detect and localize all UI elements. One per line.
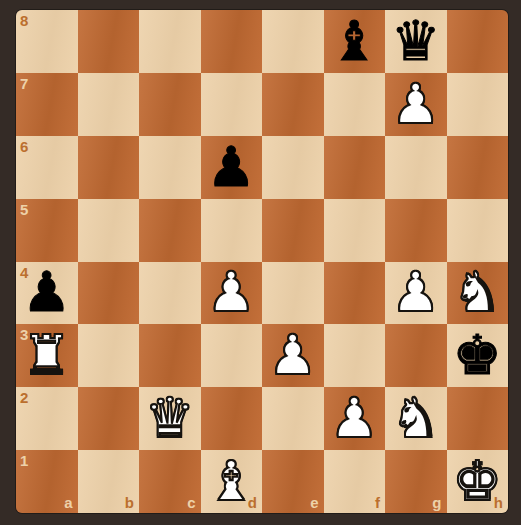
square-d1[interactable]: d♝ — [201, 450, 263, 513]
square-a8[interactable]: 8 — [16, 10, 78, 73]
square-d5[interactable] — [201, 199, 263, 262]
file-label-c: c — [187, 495, 195, 510]
square-d2[interactable] — [201, 387, 263, 450]
square-h2[interactable] — [447, 387, 509, 450]
rank-label-5: 5 — [20, 202, 28, 217]
square-g7[interactable]: ♟ — [385, 73, 447, 136]
square-d3[interactable] — [201, 324, 263, 387]
square-f3[interactable] — [324, 324, 386, 387]
piece-white-knight-g2[interactable]: ♞ — [385, 387, 447, 450]
square-f1[interactable]: f — [324, 450, 386, 513]
square-g8[interactable]: ♛ — [385, 10, 447, 73]
square-a7[interactable]: 7 — [16, 73, 78, 136]
square-a6[interactable]: 6 — [16, 136, 78, 199]
square-h5[interactable] — [447, 199, 509, 262]
square-g3[interactable] — [385, 324, 447, 387]
square-f4[interactable] — [324, 262, 386, 325]
square-c4[interactable] — [139, 262, 201, 325]
square-b5[interactable] — [78, 199, 140, 262]
chess-board: 8♝♛7♟6♟54♟♟♟♞3♜♟♚2♛♟♞1abcd♝efgh♚ — [16, 10, 508, 513]
piece-black-pawn-a4[interactable]: ♟ — [16, 262, 78, 325]
piece-white-bishop-d1[interactable]: ♝ — [201, 450, 263, 513]
square-g4[interactable]: ♟ — [385, 262, 447, 325]
square-f5[interactable] — [324, 199, 386, 262]
square-e8[interactable] — [262, 10, 324, 73]
square-h3[interactable]: ♚ — [447, 324, 509, 387]
square-h7[interactable] — [447, 73, 509, 136]
piece-white-rook-a3[interactable]: ♜ — [16, 324, 78, 387]
file-label-f: f — [375, 495, 380, 510]
square-e2[interactable] — [262, 387, 324, 450]
square-e1[interactable]: e — [262, 450, 324, 513]
square-h4[interactable]: ♞ — [447, 262, 509, 325]
square-a2[interactable]: 2 — [16, 387, 78, 450]
piece-white-pawn-g7[interactable]: ♟ — [385, 73, 447, 136]
square-f8[interactable]: ♝ — [324, 10, 386, 73]
file-label-e: e — [310, 495, 318, 510]
square-f6[interactable] — [324, 136, 386, 199]
piece-white-pawn-e3[interactable]: ♟ — [262, 324, 324, 387]
rank-label-7: 7 — [20, 76, 28, 91]
square-g5[interactable] — [385, 199, 447, 262]
file-label-b: b — [125, 495, 134, 510]
piece-white-pawn-f2[interactable]: ♟ — [324, 387, 386, 450]
square-a3[interactable]: 3♜ — [16, 324, 78, 387]
square-c6[interactable] — [139, 136, 201, 199]
square-c5[interactable] — [139, 199, 201, 262]
piece-black-pawn-d6[interactable]: ♟ — [201, 136, 263, 199]
square-c1[interactable]: c — [139, 450, 201, 513]
rank-label-2: 2 — [20, 390, 28, 405]
square-b6[interactable] — [78, 136, 140, 199]
square-c8[interactable] — [139, 10, 201, 73]
square-b2[interactable] — [78, 387, 140, 450]
square-a4[interactable]: 4♟ — [16, 262, 78, 325]
piece-black-queen-g8[interactable]: ♛ — [385, 10, 447, 73]
square-h1[interactable]: h♚ — [447, 450, 509, 513]
piece-white-knight-h4[interactable]: ♞ — [447, 262, 509, 325]
square-d4[interactable]: ♟ — [201, 262, 263, 325]
square-e5[interactable] — [262, 199, 324, 262]
square-g6[interactable] — [385, 136, 447, 199]
square-h8[interactable] — [447, 10, 509, 73]
square-b8[interactable] — [78, 10, 140, 73]
square-c7[interactable] — [139, 73, 201, 136]
square-e6[interactable] — [262, 136, 324, 199]
square-g1[interactable]: g — [385, 450, 447, 513]
file-label-g: g — [432, 495, 441, 510]
piece-black-king-h3[interactable]: ♚ — [447, 324, 509, 387]
rank-label-6: 6 — [20, 139, 28, 154]
rank-label-8: 8 — [20, 13, 28, 28]
square-a1[interactable]: 1a — [16, 450, 78, 513]
square-b7[interactable] — [78, 73, 140, 136]
square-c2[interactable]: ♛ — [139, 387, 201, 450]
file-label-a: a — [64, 495, 72, 510]
square-f7[interactable] — [324, 73, 386, 136]
piece-white-queen-c2[interactable]: ♛ — [139, 387, 201, 450]
piece-white-pawn-g4[interactable]: ♟ — [385, 262, 447, 325]
square-d6[interactable]: ♟ — [201, 136, 263, 199]
square-e7[interactable] — [262, 73, 324, 136]
square-d7[interactable] — [201, 73, 263, 136]
square-b3[interactable] — [78, 324, 140, 387]
rank-label-1: 1 — [20, 453, 28, 468]
square-b4[interactable] — [78, 262, 140, 325]
square-e3[interactable]: ♟ — [262, 324, 324, 387]
piece-white-pawn-d4[interactable]: ♟ — [201, 262, 263, 325]
square-a5[interactable]: 5 — [16, 199, 78, 262]
piece-white-king-h1[interactable]: ♚ — [447, 450, 509, 513]
chess-app-background: 8♝♛7♟6♟54♟♟♟♞3♜♟♚2♛♟♞1abcd♝efgh♚ — [0, 0, 521, 525]
square-c3[interactable] — [139, 324, 201, 387]
square-f2[interactable]: ♟ — [324, 387, 386, 450]
square-d8[interactable] — [201, 10, 263, 73]
piece-black-bishop-f8[interactable]: ♝ — [324, 10, 386, 73]
square-g2[interactable]: ♞ — [385, 387, 447, 450]
square-e4[interactable] — [262, 262, 324, 325]
square-b1[interactable]: b — [78, 450, 140, 513]
square-h6[interactable] — [447, 136, 509, 199]
